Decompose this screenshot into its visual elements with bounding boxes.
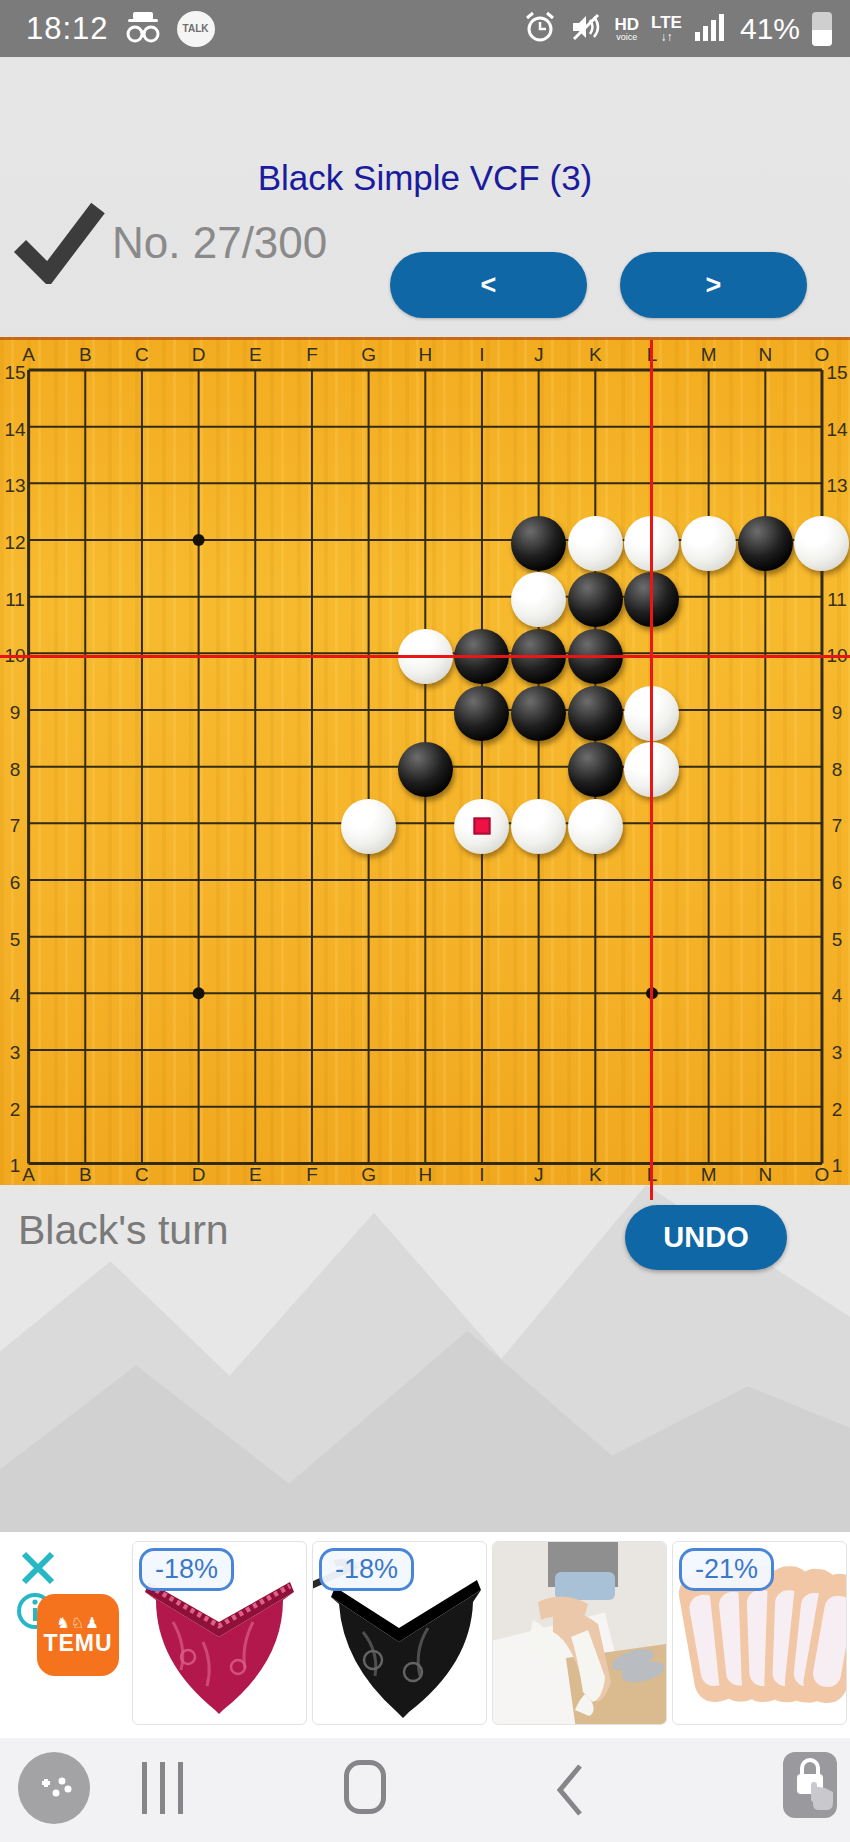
ad-close-icon[interactable] — [16, 1546, 60, 1594]
column-label: O — [815, 1164, 830, 1186]
discount-badge: -18% — [139, 1548, 234, 1591]
lte-indicator: LTE ↓↑ — [651, 14, 682, 43]
white-stone-G7 — [341, 799, 396, 854]
discount-badge: -18% — [319, 1548, 414, 1591]
white-stone-M12 — [681, 516, 736, 571]
column-label: I — [479, 344, 484, 366]
row-label: 13 — [826, 475, 847, 497]
row-label: 9 — [10, 702, 21, 724]
column-label: I — [479, 1164, 484, 1186]
row-label: 12 — [4, 532, 25, 554]
row-label: 7 — [832, 815, 843, 837]
row-label: 1 — [10, 1155, 21, 1177]
crosshair-vertical-line — [650, 340, 653, 1200]
kakaotalk-icon: TALK — [177, 11, 215, 47]
row-label: 6 — [10, 872, 21, 894]
temu-animals-glyph: ♞♘♟ — [56, 1615, 99, 1630]
temu-logo[interactable]: ♞♘♟ TEMU — [37, 1594, 119, 1676]
column-label: N — [758, 1164, 772, 1186]
page-title: Black Simple VCF (3) — [0, 158, 850, 198]
column-label: D — [192, 344, 206, 366]
discount-badge: -21% — [679, 1548, 774, 1591]
column-label: C — [135, 344, 149, 366]
column-label: J — [534, 344, 544, 366]
black-stone-K11 — [568, 572, 623, 627]
status-bar: 18:12 TALK — [0, 0, 850, 57]
signal-bars-icon — [694, 12, 728, 46]
row-label: 4 — [832, 985, 843, 1007]
battery-icon — [812, 12, 832, 46]
white-stone-K7 — [568, 799, 623, 854]
row-label: 2 — [10, 1099, 21, 1121]
game-launcher-icon[interactable] — [18, 1752, 90, 1824]
touch-lock-icon[interactable] — [783, 1752, 837, 1818]
row-label: 11 — [827, 589, 847, 611]
black-stone-N12 — [738, 516, 793, 571]
column-label: G — [361, 1164, 376, 1186]
black-stone-H8 — [398, 742, 453, 797]
black-stone-J9 — [511, 686, 566, 741]
incognito-icon — [123, 10, 163, 48]
star-point — [193, 987, 205, 999]
crosshair-horizontal-line — [0, 655, 850, 658]
recents-button[interactable] — [142, 1762, 183, 1814]
column-label: K — [589, 1164, 602, 1186]
ad-product-card-3[interactable] — [492, 1541, 667, 1725]
prev-puzzle-button[interactable]: < — [390, 252, 587, 318]
last-move-marker — [473, 818, 490, 835]
back-button[interactable] — [552, 1762, 588, 1822]
row-label: 4 — [10, 985, 21, 1007]
white-socks-photo — [493, 1542, 666, 1724]
white-stone-O12 — [794, 516, 849, 571]
column-label: H — [418, 344, 432, 366]
row-label: 15 — [826, 362, 847, 384]
ad-product-card-4[interactable]: -21% — [672, 1541, 847, 1725]
column-label: K — [589, 344, 602, 366]
black-stone-K9 — [568, 686, 623, 741]
white-stone-J11 — [511, 572, 566, 627]
row-label: 2 — [832, 1099, 843, 1121]
row-label: 6 — [832, 872, 843, 894]
row-label: 7 — [10, 815, 21, 837]
black-stone-I9 — [454, 686, 509, 741]
ad-product-card-1[interactable]: -18% — [132, 1541, 307, 1725]
column-label: B — [79, 344, 92, 366]
row-label: 9 — [832, 702, 843, 724]
column-label: J — [534, 1164, 544, 1186]
clock-time: 18:12 — [26, 11, 109, 47]
row-label: 8 — [832, 759, 843, 781]
battery-percent: 41% — [740, 12, 800, 46]
next-puzzle-button[interactable]: > — [620, 252, 807, 318]
row-label: 5 — [10, 929, 21, 951]
undo-button[interactable]: UNDO — [625, 1205, 787, 1270]
column-label: C — [135, 1164, 149, 1186]
column-label: M — [701, 1164, 717, 1186]
row-label: 13 — [4, 475, 25, 497]
app-screen: 18:12 TALK — [0, 0, 850, 1842]
game-board[interactable]: AABBCCDDEEFFGGHHIIJJKKLLMMNNOO1515141413… — [0, 337, 850, 1185]
turn-indicator: Black's turn — [18, 1207, 229, 1254]
ad-banner[interactable]: ♞♘♟ TEMU -18% — [0, 1532, 850, 1738]
solved-check-icon — [12, 200, 108, 288]
row-label: 3 — [10, 1042, 21, 1064]
ad-product-card-2[interactable]: -18% — [312, 1541, 487, 1725]
row-label: 11 — [5, 589, 25, 611]
home-button[interactable] — [344, 1760, 386, 1814]
mute-icon — [569, 10, 603, 48]
row-label: 14 — [826, 419, 847, 441]
black-stone-K8 — [568, 742, 623, 797]
column-label: E — [249, 344, 262, 366]
puzzle-counter: No. 27/300 — [112, 218, 327, 268]
white-stone-K12 — [568, 516, 623, 571]
hd-voice-indicator: HD voice — [615, 16, 640, 42]
android-navbar — [0, 1738, 850, 1842]
white-stone-I7 — [454, 799, 509, 854]
column-label: B — [79, 1164, 92, 1186]
star-point — [193, 534, 205, 546]
alarm-icon — [523, 10, 557, 48]
row-label: 3 — [832, 1042, 843, 1064]
row-label: 14 — [4, 419, 25, 441]
background-mountains: Black's turn UNDO — [0, 1185, 850, 1532]
column-label: G — [361, 344, 376, 366]
column-label: M — [701, 344, 717, 366]
column-label: N — [758, 344, 772, 366]
row-label: 8 — [10, 759, 21, 781]
column-label: F — [306, 1164, 318, 1186]
row-label: 5 — [832, 929, 843, 951]
row-label: 1 — [832, 1155, 843, 1177]
white-stone-J7 — [511, 799, 566, 854]
column-label: E — [249, 1164, 262, 1186]
column-label: F — [306, 344, 318, 366]
black-stone-J12 — [511, 516, 566, 571]
row-label: 15 — [4, 362, 25, 384]
column-label: D — [192, 1164, 206, 1186]
column-label: H — [418, 1164, 432, 1186]
column-label: A — [22, 1164, 35, 1186]
